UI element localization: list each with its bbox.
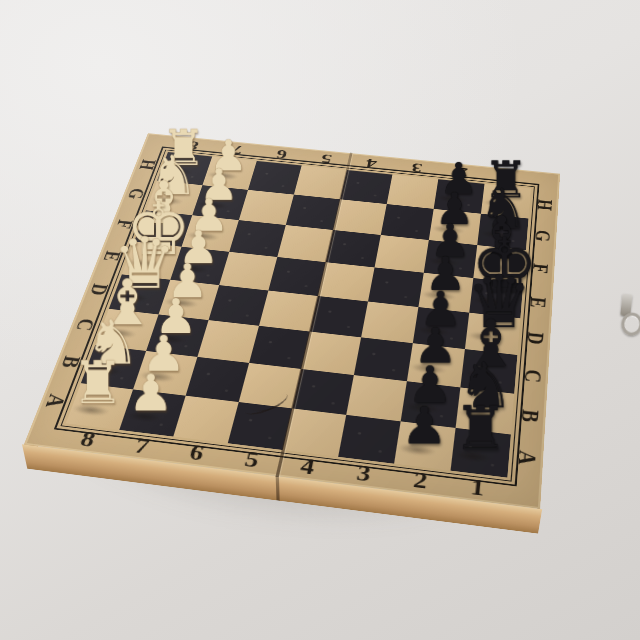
black-rook-a1: ♜ <box>452 396 508 459</box>
board-3d-scene: 87654321 87654321 HGFEDCBA HGFEDCBA ♜♞♝♛… <box>0 0 640 640</box>
white-rook-a8: ♜ <box>70 352 125 413</box>
chess-board: 87654321 87654321 HGFEDCBA HGFEDCBA ♜♞♝♛… <box>24 133 560 509</box>
photo-scene: 87654321 87654321 HGFEDCBA HGFEDCBA ♜♞♝♛… <box>0 0 640 640</box>
latch-ring <box>620 312 640 337</box>
white-pawn-a7: ♟ <box>123 366 178 419</box>
black-pawn-a2: ♟ <box>396 398 452 452</box>
front-edge-seam <box>276 476 280 501</box>
metal-latch-icon <box>610 293 640 344</box>
